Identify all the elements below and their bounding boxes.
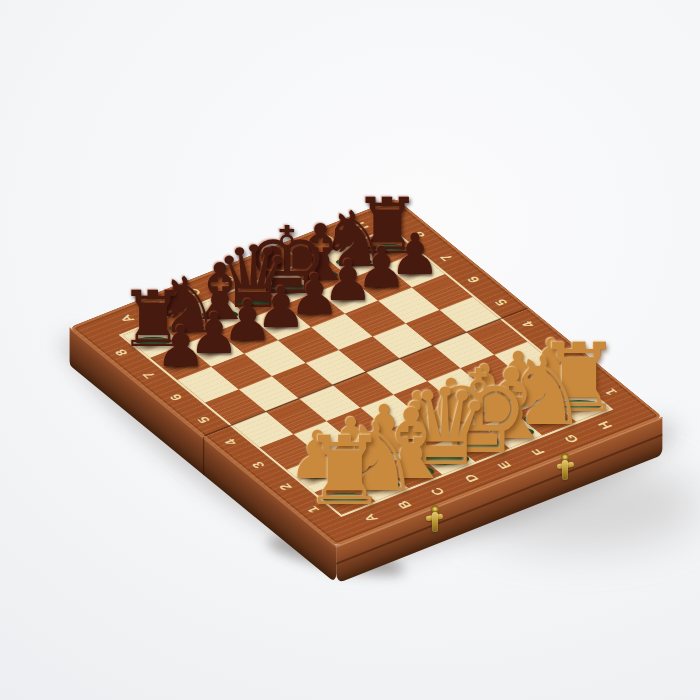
piece-glyph: ♜ (275, 424, 415, 519)
chess-set-photo: ABCDEFGH ABCDEFGH 87654321 87654321 ♜♞♝♛… (0, 0, 700, 700)
clasp-stem (432, 512, 438, 532)
piece-glyph: ♟ (111, 318, 251, 375)
clasp-stem (562, 460, 568, 480)
